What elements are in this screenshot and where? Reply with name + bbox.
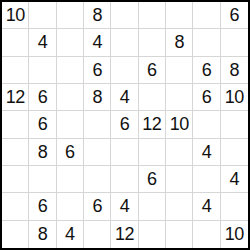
cell-r1c6[interactable] (139, 2, 166, 29)
cell-r4c2: 6 (29, 84, 56, 111)
cell-r6c6[interactable] (139, 139, 166, 166)
cell-r5c1[interactable] (2, 111, 29, 138)
cell-r6c2: 8 (29, 139, 56, 166)
cell-r7c5[interactable] (111, 166, 138, 193)
cell-r2c1[interactable] (2, 29, 29, 56)
cell-r3c7[interactable] (166, 57, 193, 84)
cell-r8c6[interactable] (139, 193, 166, 220)
cell-r8c3[interactable] (57, 193, 84, 220)
cell-r3c4: 6 (84, 57, 111, 84)
cell-r1c4: 8 (84, 2, 111, 29)
cell-r4c7[interactable] (166, 84, 193, 111)
cell-r1c9: 6 (221, 2, 248, 29)
cell-r8c1[interactable] (2, 193, 29, 220)
cell-r5c7: 10 (166, 111, 193, 138)
cell-r3c5[interactable] (111, 57, 138, 84)
cell-r3c6: 6 (139, 57, 166, 84)
cell-r6c8: 4 (193, 139, 220, 166)
cell-r2c7: 8 (166, 29, 193, 56)
cell-r8c9[interactable] (221, 193, 248, 220)
cell-r7c1[interactable] (2, 166, 29, 193)
cell-r5c3[interactable] (57, 111, 84, 138)
cell-r9c7[interactable] (166, 221, 193, 248)
cell-r5c4[interactable] (84, 111, 111, 138)
cell-r5c8[interactable] (193, 111, 220, 138)
cell-r7c7[interactable] (166, 166, 193, 193)
cell-r4c8: 6 (193, 84, 220, 111)
cell-r6c5[interactable] (111, 139, 138, 166)
cell-r2c2: 4 (29, 29, 56, 56)
cell-r9c4[interactable] (84, 221, 111, 248)
cell-r2c6[interactable] (139, 29, 166, 56)
cell-r1c8[interactable] (193, 2, 220, 29)
cell-r7c9: 4 (221, 166, 248, 193)
cell-r2c3[interactable] (57, 29, 84, 56)
cell-r9c1[interactable] (2, 221, 29, 248)
puzzle-board: 1086448666812684610661210864646644841210 (0, 0, 250, 250)
cell-r3c1[interactable] (2, 57, 29, 84)
cell-r4c4: 8 (84, 84, 111, 111)
cell-r3c3[interactable] (57, 57, 84, 84)
cell-r6c4[interactable] (84, 139, 111, 166)
cell-r7c4[interactable] (84, 166, 111, 193)
cell-r8c8: 4 (193, 193, 220, 220)
cell-r4c3[interactable] (57, 84, 84, 111)
cell-r2c5[interactable] (111, 29, 138, 56)
cell-r1c7[interactable] (166, 2, 193, 29)
cell-r9c8[interactable] (193, 221, 220, 248)
cell-r1c3[interactable] (57, 2, 84, 29)
cell-r2c8[interactable] (193, 29, 220, 56)
cell-r3c2[interactable] (29, 57, 56, 84)
cell-r6c7[interactable] (166, 139, 193, 166)
cell-r9c5: 12 (111, 221, 138, 248)
cell-r4c9: 10 (221, 84, 248, 111)
cell-r2c4: 4 (84, 29, 111, 56)
cell-r8c4: 6 (84, 193, 111, 220)
cell-r8c7[interactable] (166, 193, 193, 220)
cell-r2c9[interactable] (221, 29, 248, 56)
cell-r4c5: 4 (111, 84, 138, 111)
cell-r5c2: 6 (29, 111, 56, 138)
cell-r7c3[interactable] (57, 166, 84, 193)
cell-r7c2[interactable] (29, 166, 56, 193)
cell-r9c3: 4 (57, 221, 84, 248)
cell-r4c1: 12 (2, 84, 29, 111)
cell-r5c9[interactable] (221, 111, 248, 138)
cell-r9c6[interactable] (139, 221, 166, 248)
cell-r5c5: 6 (111, 111, 138, 138)
cell-r3c9: 8 (221, 57, 248, 84)
cell-r1c2[interactable] (29, 2, 56, 29)
cell-r6c3: 6 (57, 139, 84, 166)
cell-r8c2: 6 (29, 193, 56, 220)
cell-r6c9[interactable] (221, 139, 248, 166)
cell-r7c8[interactable] (193, 166, 220, 193)
cell-r9c2: 8 (29, 221, 56, 248)
cell-r1c5[interactable] (111, 2, 138, 29)
cell-r6c1[interactable] (2, 139, 29, 166)
cell-r3c8: 6 (193, 57, 220, 84)
cell-r4c6[interactable] (139, 84, 166, 111)
cell-r9c9: 10 (221, 221, 248, 248)
cell-r1c1: 10 (2, 2, 29, 29)
cell-r8c5: 4 (111, 193, 138, 220)
cell-r5c6: 12 (139, 111, 166, 138)
cell-r7c6: 6 (139, 166, 166, 193)
